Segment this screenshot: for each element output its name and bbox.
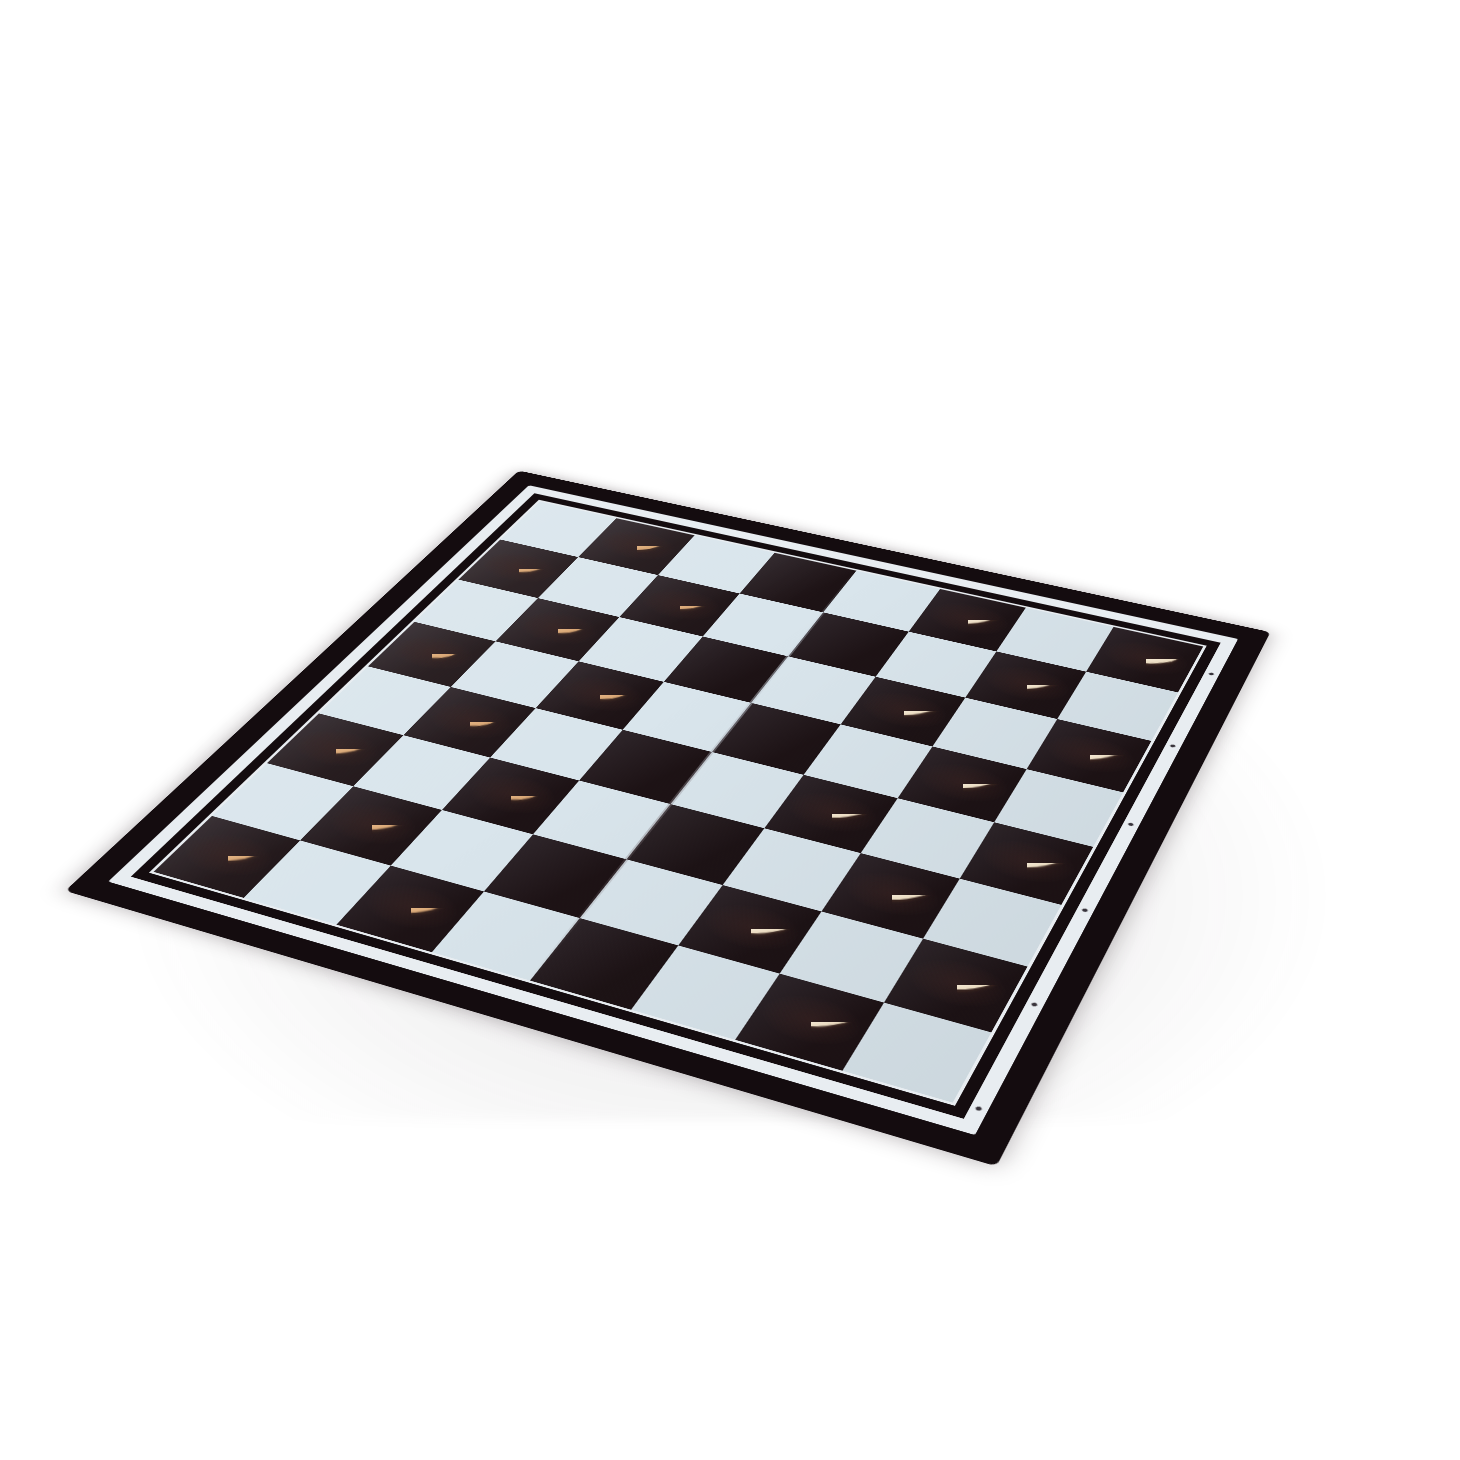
piece-bum-h5[interactable]	[981, 786, 1074, 868]
piece-bum-f7[interactable]	[703, 849, 799, 934]
piece-bum-g4[interactable]	[918, 710, 1007, 789]
piece-willy-a8[interactable]	[189, 753, 266, 862]
piece-bum-g6[interactable]	[846, 819, 937, 899]
piece-willy-c8[interactable]	[369, 800, 452, 915]
piece-bum-f5[interactable]	[788, 741, 875, 818]
piece-willy-c6[interactable]	[472, 694, 550, 802]
willy-ridge	[495, 731, 516, 742]
willy-shaft	[492, 717, 522, 781]
willy-ridge	[624, 465, 642, 475]
piece-bum-g8[interactable]	[760, 938, 861, 1028]
piece-bum-h7[interactable]	[909, 905, 1004, 989]
product-photo-canvas	[0, 0, 1460, 1460]
piece-bum-h3[interactable]	[1044, 681, 1134, 762]
